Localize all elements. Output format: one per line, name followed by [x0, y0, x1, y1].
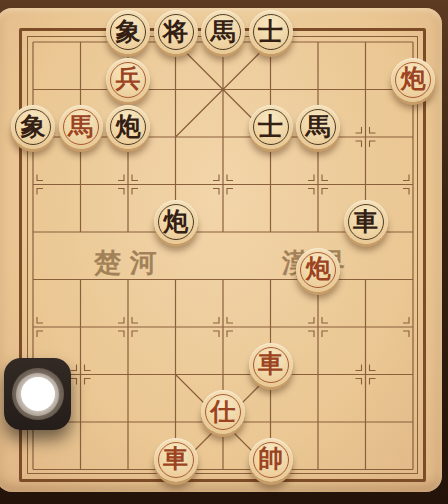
point-6-7[interactable] [294, 351, 342, 399]
piece-glyph: 車 [353, 209, 378, 234]
point-5-5[interactable] [247, 256, 295, 304]
point-7-0[interactable] [342, 18, 390, 66]
point-0-5[interactable] [9, 256, 57, 304]
point-7-9[interactable] [342, 446, 390, 494]
point-1-5[interactable] [57, 256, 105, 304]
piece-black-cannon[interactable]: 炮 [106, 105, 150, 149]
point-4-4[interactable] [199, 208, 247, 256]
point-0-3[interactable] [9, 161, 57, 209]
point-1-0[interactable] [57, 18, 105, 66]
piece-glyph: 将 [163, 19, 188, 44]
point-1-4[interactable] [57, 208, 105, 256]
point-4-3[interactable] [199, 161, 247, 209]
piece-black-chariot[interactable]: 車 [344, 200, 388, 244]
piece-glyph: 炮 [116, 114, 141, 139]
indicator-white-dot [21, 377, 55, 411]
point-8-3[interactable] [389, 161, 437, 209]
piece-glyph: 馬 [68, 114, 93, 139]
point-7-5[interactable] [342, 256, 390, 304]
point-2-6[interactable] [104, 303, 152, 351]
point-2-7[interactable] [104, 351, 152, 399]
point-3-7[interactable] [152, 351, 200, 399]
piece-black-cannon[interactable]: 炮 [154, 200, 198, 244]
point-8-9[interactable] [389, 446, 437, 494]
point-1-3[interactable] [57, 161, 105, 209]
point-2-3[interactable] [104, 161, 152, 209]
piece-black-elephant[interactable]: 象 [11, 105, 55, 149]
point-5-3[interactable] [247, 161, 295, 209]
point-3-5[interactable] [152, 256, 200, 304]
piece-black-general[interactable]: 将 [154, 10, 198, 54]
point-6-0[interactable] [294, 18, 342, 66]
point-4-2[interactable] [199, 113, 247, 161]
voice-indicator-button[interactable] [4, 358, 71, 430]
piece-glyph: 象 [116, 19, 141, 44]
point-7-8[interactable] [342, 398, 390, 446]
indicator-ring-mid [16, 373, 59, 416]
piece-glyph: 帥 [258, 446, 283, 471]
point-7-1[interactable] [342, 66, 390, 114]
point-3-1[interactable] [152, 66, 200, 114]
piece-glyph: 車 [258, 351, 283, 376]
piece-glyph: 車 [163, 446, 188, 471]
piece-glyph: 炮 [163, 209, 188, 234]
point-6-8[interactable] [294, 398, 342, 446]
piece-black-horse[interactable]: 馬 [201, 10, 245, 54]
point-0-4[interactable] [9, 208, 57, 256]
indicator-ring-outer [12, 368, 64, 420]
point-1-9[interactable] [57, 446, 105, 494]
point-8-2[interactable] [389, 113, 437, 161]
piece-red-general[interactable]: 帥 [249, 438, 293, 482]
piece-black-elephant[interactable]: 象 [106, 10, 150, 54]
point-5-4[interactable] [247, 208, 295, 256]
piece-glyph: 馬 [306, 114, 331, 139]
piece-red-horse[interactable]: 馬 [59, 105, 103, 149]
point-7-6[interactable] [342, 303, 390, 351]
point-6-6[interactable] [294, 303, 342, 351]
point-8-4[interactable] [389, 208, 437, 256]
piece-red-cannon[interactable]: 炮 [391, 58, 435, 102]
point-2-9[interactable] [104, 446, 152, 494]
point-8-5[interactable] [389, 256, 437, 304]
piece-glyph: 炮 [306, 256, 331, 281]
piece-red-chariot[interactable]: 車 [154, 438, 198, 482]
point-0-6[interactable] [9, 303, 57, 351]
piece-red-soldier[interactable]: 兵 [106, 58, 150, 102]
piece-glyph: 士 [258, 114, 283, 139]
point-7-2[interactable] [342, 113, 390, 161]
piece-glyph: 象 [21, 114, 46, 139]
point-4-5[interactable] [199, 256, 247, 304]
point-4-6[interactable] [199, 303, 247, 351]
point-1-6[interactable] [57, 303, 105, 351]
point-2-4[interactable] [104, 208, 152, 256]
piece-black-horse[interactable]: 馬 [296, 105, 340, 149]
piece-glyph: 炮 [401, 66, 426, 91]
point-0-0[interactable] [9, 18, 57, 66]
piece-red-advisor[interactable]: 仕 [201, 390, 245, 434]
piece-red-chariot[interactable]: 車 [249, 343, 293, 387]
piece-glyph: 士 [258, 19, 283, 44]
point-8-8[interactable] [389, 398, 437, 446]
point-6-9[interactable] [294, 446, 342, 494]
point-4-1[interactable] [199, 66, 247, 114]
point-3-2[interactable] [152, 113, 200, 161]
point-4-9[interactable] [199, 446, 247, 494]
piece-glyph: 仕 [211, 399, 236, 424]
point-2-5[interactable] [104, 256, 152, 304]
point-7-7[interactable] [342, 351, 390, 399]
point-2-8[interactable] [104, 398, 152, 446]
piece-glyph: 兵 [116, 66, 141, 91]
point-6-3[interactable] [294, 161, 342, 209]
point-8-7[interactable] [389, 351, 437, 399]
piece-black-advisor[interactable]: 士 [249, 10, 293, 54]
point-0-9[interactable] [9, 446, 57, 494]
piece-red-cannon[interactable]: 炮 [296, 248, 340, 292]
point-3-6[interactable] [152, 303, 200, 351]
piece-black-advisor[interactable]: 士 [249, 105, 293, 149]
piece-glyph: 馬 [211, 19, 236, 44]
point-8-6[interactable] [389, 303, 437, 351]
